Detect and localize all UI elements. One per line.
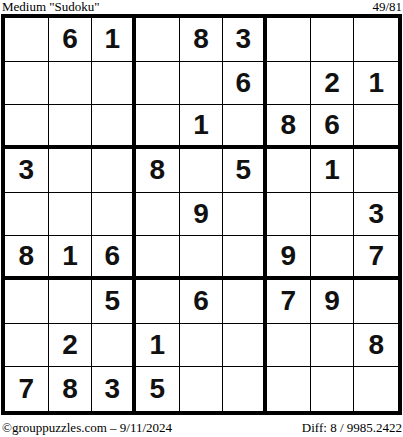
cell-r8c5[interactable] — [180, 324, 224, 368]
cell-r8c8[interactable] — [311, 324, 355, 368]
cell-r4c5[interactable] — [180, 149, 224, 193]
cell-r3c8: 6 — [311, 105, 355, 149]
cell-r6c4[interactable] — [136, 236, 180, 280]
cell-r5c1[interactable] — [5, 193, 49, 237]
puzzle-title: Medium "Sudoku" — [2, 0, 100, 14]
cell-r9c2: 8 — [49, 367, 93, 411]
cell-r6c3: 6 — [92, 236, 136, 280]
cell-r7c5: 6 — [180, 280, 224, 324]
cell-r5c7[interactable] — [267, 193, 311, 237]
cell-r6c5[interactable] — [180, 236, 224, 280]
cell-r9c3: 3 — [92, 367, 136, 411]
copyright-text: ©grouppuzzles.com – 9/11/2024 — [2, 420, 172, 436]
cell-r3c4[interactable] — [136, 105, 180, 149]
cell-r5c4[interactable] — [136, 193, 180, 237]
cell-r8c4: 1 — [136, 324, 180, 368]
cell-r2c7[interactable] — [267, 62, 311, 106]
cell-r7c2[interactable] — [49, 280, 93, 324]
cell-r5c8[interactable] — [311, 193, 355, 237]
cell-r1c3: 1 — [92, 18, 136, 62]
cell-r5c3[interactable] — [92, 193, 136, 237]
cell-r4c7[interactable] — [267, 149, 311, 193]
cell-r7c7: 7 — [267, 280, 311, 324]
sudoku-page: Medium "Sudoku" 49/81 618362118638519381… — [0, 0, 403, 437]
cell-r1c5: 8 — [180, 18, 224, 62]
cell-r9c1: 7 — [5, 367, 49, 411]
cell-r6c2: 1 — [49, 236, 93, 280]
cell-r5c9: 3 — [354, 193, 398, 237]
cell-r1c9[interactable] — [354, 18, 398, 62]
cell-r6c6[interactable] — [223, 236, 267, 280]
cell-r4c6: 5 — [223, 149, 267, 193]
cell-r9c9[interactable] — [354, 367, 398, 411]
cell-r8c2: 2 — [49, 324, 93, 368]
cell-r7c1[interactable] — [5, 280, 49, 324]
cell-r9c7[interactable] — [267, 367, 311, 411]
cell-r1c6: 3 — [223, 18, 267, 62]
cell-r2c6: 6 — [223, 62, 267, 106]
cell-r7c3: 5 — [92, 280, 136, 324]
cell-r1c7[interactable] — [267, 18, 311, 62]
cell-r1c2: 6 — [49, 18, 93, 62]
cell-r1c8[interactable] — [311, 18, 355, 62]
cell-r6c1: 8 — [5, 236, 49, 280]
cell-r6c8[interactable] — [311, 236, 355, 280]
cell-r7c9[interactable] — [354, 280, 398, 324]
cell-r2c8: 2 — [311, 62, 355, 106]
cell-r3c2[interactable] — [49, 105, 93, 149]
cell-r1c1[interactable] — [5, 18, 49, 62]
cell-r2c2[interactable] — [49, 62, 93, 106]
cell-r2c9: 1 — [354, 62, 398, 106]
cell-r7c4[interactable] — [136, 280, 180, 324]
cell-r1c4[interactable] — [136, 18, 180, 62]
cell-r9c8[interactable] — [311, 367, 355, 411]
cell-r3c5: 1 — [180, 105, 224, 149]
cell-r8c1[interactable] — [5, 324, 49, 368]
cell-r4c1: 3 — [5, 149, 49, 193]
cell-r4c8: 1 — [311, 149, 355, 193]
cell-r4c3[interactable] — [92, 149, 136, 193]
cell-r3c9[interactable] — [354, 105, 398, 149]
cell-r2c1[interactable] — [5, 62, 49, 106]
cell-r2c3[interactable] — [92, 62, 136, 106]
cell-r2c5[interactable] — [180, 62, 224, 106]
cell-r4c9[interactable] — [354, 149, 398, 193]
cell-r8c3[interactable] — [92, 324, 136, 368]
cell-r5c6[interactable] — [223, 193, 267, 237]
footer: ©grouppuzzles.com – 9/11/2024 Diff: 8 / … — [2, 420, 402, 436]
cell-r3c3[interactable] — [92, 105, 136, 149]
cell-r5c5: 9 — [180, 193, 224, 237]
difficulty-text: Diff: 8 / 9985.2422 — [302, 420, 402, 436]
cell-r8c6[interactable] — [223, 324, 267, 368]
cell-r5c2[interactable] — [49, 193, 93, 237]
header: Medium "Sudoku" 49/81 — [2, 0, 402, 14]
cell-r4c4: 8 — [136, 149, 180, 193]
cell-r6c7: 9 — [267, 236, 311, 280]
cell-r4c2[interactable] — [49, 149, 93, 193]
cell-r9c4: 5 — [136, 367, 180, 411]
cell-r9c6[interactable] — [223, 367, 267, 411]
cell-r9c5[interactable] — [180, 367, 224, 411]
cell-r3c1[interactable] — [5, 105, 49, 149]
cell-r8c7[interactable] — [267, 324, 311, 368]
cell-r7c8: 9 — [311, 280, 355, 324]
empty-cell-counter: 49/81 — [372, 0, 402, 14]
cell-r8c9: 8 — [354, 324, 398, 368]
cell-r2c4[interactable] — [136, 62, 180, 106]
cell-r3c6[interactable] — [223, 105, 267, 149]
sudoku-board: 61836211863851938169756792187835 — [1, 14, 402, 415]
cell-r3c7: 8 — [267, 105, 311, 149]
cell-r7c6[interactable] — [223, 280, 267, 324]
cell-r6c9: 7 — [354, 236, 398, 280]
